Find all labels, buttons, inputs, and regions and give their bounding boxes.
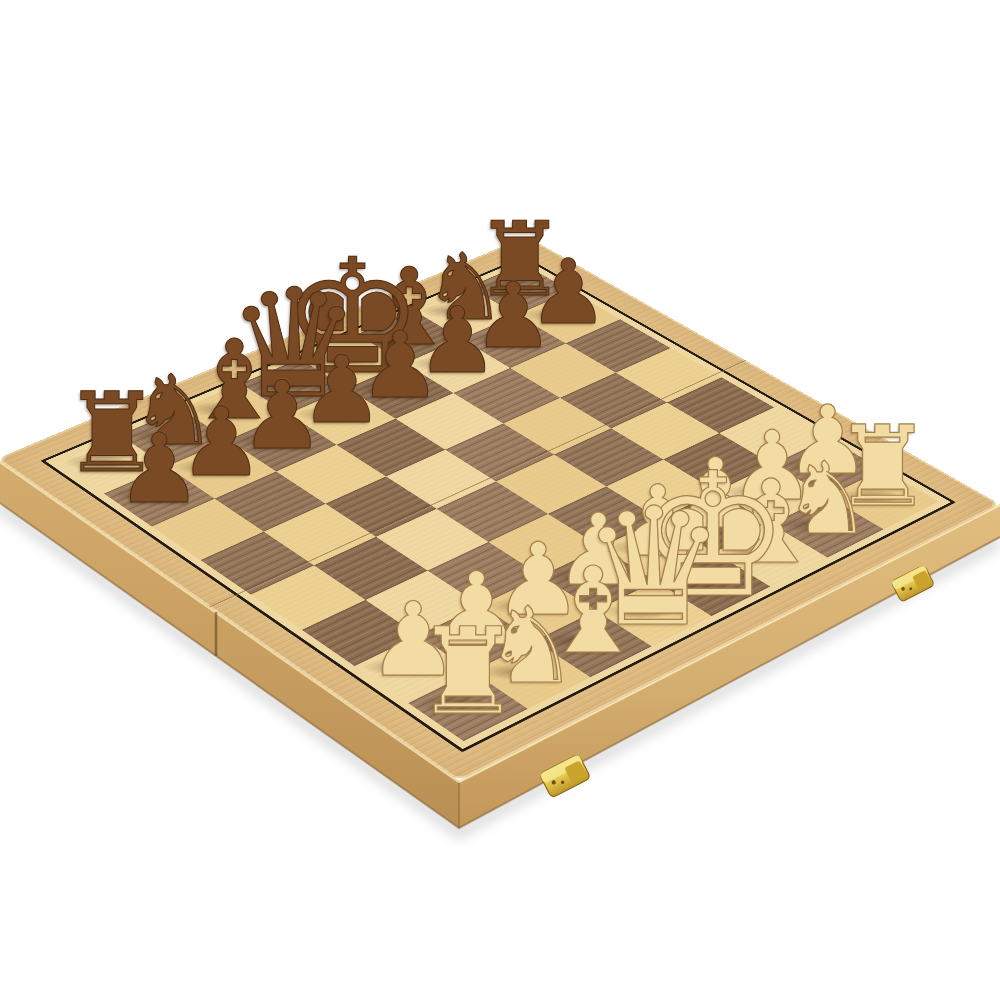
pieces-layer: ♜♞♟♝♟♚♟♛♟♝♟♞♟♜♟♟♟♟♜♟♞♟♝♟♚♟♛♟♝♟♞♜ — [0, 0, 1000, 1000]
piece-black-pawn-a7[interactable]: ♟ — [116, 421, 202, 517]
chess-set-photo: ♜♞♟♝♟♚♟♛♟♝♟♞♟♜♟♟♟♟♜♟♞♟♝♟♚♟♛♟♝♟♞♜ — [0, 0, 1000, 1000]
piece-white-rook-a1[interactable]: ♜ — [414, 613, 521, 733]
